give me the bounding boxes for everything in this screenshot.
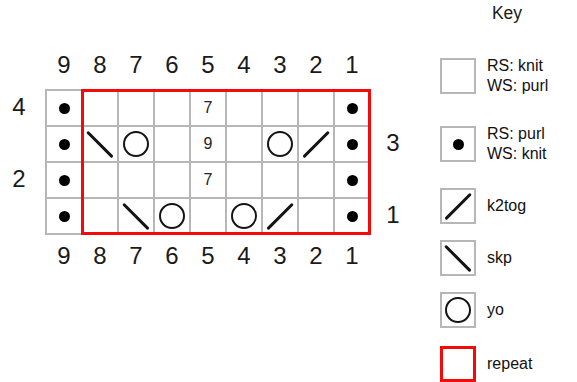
- cell-row4-col6: [155, 91, 189, 125]
- yo-icon: [231, 203, 257, 229]
- column-number-bottom-2: 2: [298, 241, 334, 271]
- column-number-top-9: 9: [46, 50, 82, 80]
- key-swatch-skp: [440, 240, 476, 276]
- column-number-bottom-9: 9: [46, 241, 82, 271]
- row-number-left-2: 2: [1, 164, 37, 194]
- column-number-top-5: 5: [190, 50, 226, 80]
- cell-row2-col2: [299, 163, 333, 197]
- purl-dot-icon: [59, 211, 70, 222]
- cell-row4-col1: [335, 91, 369, 125]
- column-number-top-2: 2: [298, 50, 334, 80]
- yo-icon: [123, 131, 149, 157]
- cell-row1-col2: [299, 199, 333, 233]
- key-item-purl: RS: purlWS: knit: [440, 124, 548, 164]
- key-label-line: RS: purl: [487, 124, 547, 144]
- key-title: Key: [479, 3, 535, 24]
- cell-row2-col1: [335, 163, 369, 197]
- cell-row4-col9: [47, 91, 81, 125]
- column-number-bottom-1: 1: [334, 241, 370, 271]
- cell-row1-col3: [263, 199, 297, 233]
- yo-icon: [267, 131, 293, 157]
- column-number-top-4: 4: [226, 50, 262, 80]
- cell-number: 7: [204, 172, 213, 188]
- cell-row1-col1: [335, 199, 369, 233]
- cell-row3-col9: [47, 127, 81, 161]
- skp-icon: [444, 244, 471, 271]
- column-number-bottom-8: 8: [82, 241, 118, 271]
- key-label-line: k2tog: [487, 196, 526, 216]
- purl-dot-icon: [347, 103, 358, 114]
- column-number-bottom-3: 3: [262, 241, 298, 271]
- cell-row3-col8: [83, 127, 117, 161]
- cell-row1-col9: [47, 199, 81, 233]
- cell-row1-col4: [227, 199, 261, 233]
- column-number-bottom-6: 6: [154, 241, 190, 271]
- key-item-knit: RS: knitWS: purl: [440, 56, 548, 96]
- skp-icon: [86, 130, 113, 157]
- key-item-k2tog: k2tog: [440, 188, 548, 224]
- column-number-top-3: 3: [262, 50, 298, 80]
- cell-row1-col8: [83, 199, 117, 233]
- knitting-chart-page: 797 Key RS: knitWS: purlRS: purlWS: knit…: [0, 0, 577, 382]
- cell-row3-col3: [263, 127, 297, 161]
- key-label-k2tog: k2tog: [487, 196, 526, 216]
- column-number-top-8: 8: [82, 50, 118, 80]
- chart-grid: 797: [45, 89, 371, 235]
- column-number-top-7: 7: [118, 50, 154, 80]
- key-item-skp: skp: [440, 240, 548, 276]
- key-swatch-yo: [440, 292, 476, 328]
- cell-row3-col1: [335, 127, 369, 161]
- yo-icon: [445, 297, 471, 323]
- cell-row4-col5: 7: [191, 91, 225, 125]
- cell-row4-col7: [119, 91, 153, 125]
- key-label-line: WS: knit: [487, 144, 547, 164]
- cell-row2-col7: [119, 163, 153, 197]
- column-number-top-6: 6: [154, 50, 190, 80]
- purl-dot-icon: [59, 139, 70, 150]
- cell-row4-col3: [263, 91, 297, 125]
- yo-icon: [159, 203, 185, 229]
- key-swatch-purl: [440, 126, 476, 162]
- row-number-right-1: 1: [375, 200, 411, 230]
- cell-row2-col5: 7: [191, 163, 225, 197]
- cell-row4-col8: [83, 91, 117, 125]
- key-label-repeat: repeat: [487, 354, 532, 374]
- row-number-left-4: 4: [1, 92, 37, 122]
- skp-icon: [122, 202, 149, 229]
- cell-number: 7: [204, 100, 213, 116]
- column-number-bottom-5: 5: [190, 241, 226, 271]
- cell-row3-col4: [227, 127, 261, 161]
- cell-row3-col5: 9: [191, 127, 225, 161]
- cell-row1-col7: [119, 199, 153, 233]
- cell-row2-col4: [227, 163, 261, 197]
- cell-row4-col2: [299, 91, 333, 125]
- column-number-bottom-7: 7: [118, 241, 154, 271]
- key-label-line: skp: [487, 248, 512, 268]
- key-label-line: repeat: [487, 354, 532, 374]
- cell-row2-col6: [155, 163, 189, 197]
- cell-row4-col4: [227, 91, 261, 125]
- key-swatch-k2tog: [440, 188, 476, 224]
- cell-row2-col9: [47, 163, 81, 197]
- cell-row2-col3: [263, 163, 297, 197]
- key-label-knit: RS: knitWS: purl: [487, 56, 548, 96]
- key-legend: RS: knitWS: purlRS: purlWS: knitk2togskp…: [440, 56, 548, 382]
- key-swatch-knit: [440, 58, 476, 94]
- key-swatch-repeat: [440, 346, 476, 382]
- key-item-yo: yo: [440, 292, 548, 328]
- cell-row3-col7: [119, 127, 153, 161]
- cell-row3-col6: [155, 127, 189, 161]
- cell-row1-col5: [191, 199, 225, 233]
- key-item-repeat: repeat: [440, 346, 548, 382]
- cell-number: 9: [204, 136, 213, 152]
- key-label-line: yo: [487, 300, 504, 320]
- purl-dot-icon: [347, 175, 358, 186]
- k2tog-icon: [266, 202, 293, 229]
- column-number-top-1: 1: [334, 50, 370, 80]
- purl-dot-icon: [453, 139, 464, 150]
- key-label-skp: skp: [487, 248, 512, 268]
- key-label-line: WS: purl: [487, 76, 548, 96]
- cell-row3-col2: [299, 127, 333, 161]
- purl-dot-icon: [59, 103, 70, 114]
- key-label-purl: RS: purlWS: knit: [487, 124, 547, 164]
- cell-row2-col8: [83, 163, 117, 197]
- purl-dot-icon: [347, 139, 358, 150]
- row-number-right-3: 3: [375, 128, 411, 158]
- purl-dot-icon: [347, 211, 358, 222]
- purl-dot-icon: [59, 175, 70, 186]
- cell-row1-col6: [155, 199, 189, 233]
- k2tog-icon: [302, 130, 329, 157]
- column-number-bottom-4: 4: [226, 241, 262, 271]
- key-label-line: RS: knit: [487, 56, 548, 76]
- k2tog-icon: [444, 192, 471, 219]
- key-label-yo: yo: [487, 300, 504, 320]
